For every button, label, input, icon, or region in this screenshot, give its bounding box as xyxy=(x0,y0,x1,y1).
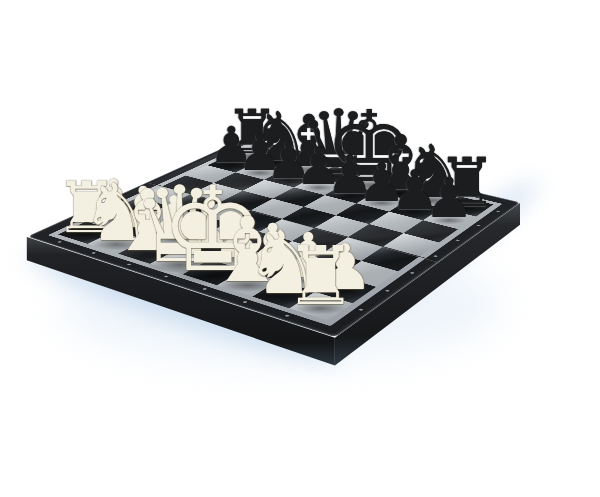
piece-black-pawn[interactable]: ♟ xyxy=(424,171,474,226)
pieces-layer: ♜♞♝♛♚♝♞♜♟♟♟♟♟♟♟♟♟♟♟♟♟♟♟♟♜♞♝♛♚♝♞♜ xyxy=(0,0,600,497)
piece-white-rook[interactable]: ♜ xyxy=(284,237,357,318)
chess-set-photo: ♜♞♝♛♚♝♞♜♟♟♟♟♟♟♟♟♟♟♟♟♟♟♟♟♜♞♝♛♚♝♞♜ xyxy=(0,0,600,497)
